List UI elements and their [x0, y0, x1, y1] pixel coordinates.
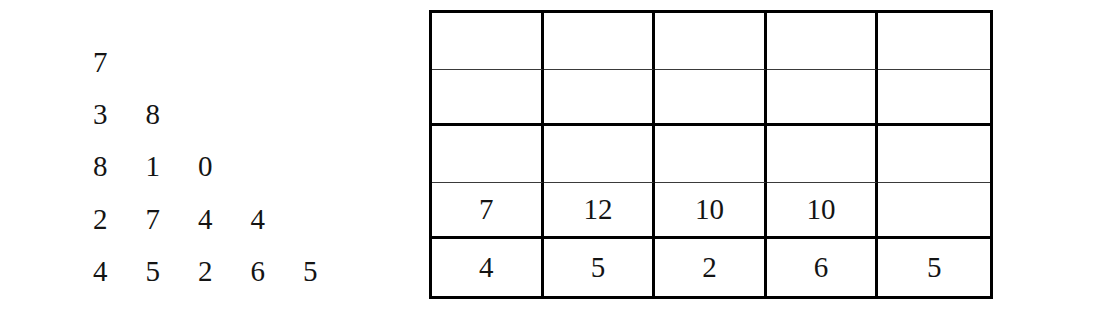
triangle-cell-r2c1: 3	[74, 88, 127, 140]
triangle-cell-r3c1: 8	[74, 141, 127, 193]
grid-cell-r2c1[interactable]	[432, 70, 544, 127]
grid-cell-r2c3[interactable]	[655, 70, 767, 127]
triangle-cell-r4c3: 4	[179, 193, 232, 245]
grid-cell-r1c5[interactable]	[878, 13, 990, 70]
grid-cell-r4c2[interactable]: 12	[544, 183, 656, 240]
grid-cell-r4c5[interactable]	[878, 183, 990, 240]
triangle-cell-r3c2: 1	[127, 141, 180, 193]
answer-grid: 7 12 10 10 4 5 2 6 5	[429, 10, 993, 299]
grid-cell-r3c4[interactable]	[767, 126, 879, 183]
grid-cell-r5c3[interactable]: 2	[655, 239, 767, 296]
grid-cell-r5c4[interactable]: 6	[767, 239, 879, 296]
grid-cell-r2c4[interactable]	[767, 70, 879, 127]
grid-cell-r1c3[interactable]	[655, 13, 767, 70]
grid-cell-r1c1[interactable]	[432, 13, 544, 70]
grid-cell-r3c5[interactable]	[878, 126, 990, 183]
triangle-cell-r3c3: 0	[179, 141, 232, 193]
triangle-cell-r5c3: 2	[179, 245, 232, 297]
triangle-cell-r1c1: 7	[74, 36, 127, 88]
grid-cell-r1c2[interactable]	[544, 13, 656, 70]
worksheet: 7 3 8 8 1 0 2 7 4 4 4 5 2 6 5 7 12	[0, 0, 1096, 315]
grid-cell-r4c1[interactable]: 7	[432, 183, 544, 240]
grid-cell-r4c4[interactable]: 10	[767, 183, 879, 240]
grid-cell-r5c2[interactable]: 5	[544, 239, 656, 296]
grid-cell-r5c5[interactable]: 5	[878, 239, 990, 296]
triangle-cell-r5c1: 4	[74, 245, 127, 297]
grid-cell-r5c1[interactable]: 4	[432, 239, 544, 296]
grid-cell-r3c1[interactable]	[432, 126, 544, 183]
triangle-cell-r4c2: 7	[127, 193, 180, 245]
triangle-cell-r5c4: 6	[232, 245, 285, 297]
grid-cell-r3c2[interactable]	[544, 126, 656, 183]
grid-cell-r2c2[interactable]	[544, 70, 656, 127]
triangle-cell-r5c2: 5	[127, 245, 180, 297]
clue-triangle: 7 3 8 8 1 0 2 7 4 4 4 5 2 6 5	[74, 36, 337, 297]
triangle-cell-r5c5: 5	[284, 245, 337, 297]
grid-cell-r3c3[interactable]	[655, 126, 767, 183]
triangle-cell-r4c4: 4	[232, 193, 285, 245]
grid-cell-r2c5[interactable]	[878, 70, 990, 127]
grid-cell-r4c3[interactable]: 10	[655, 183, 767, 240]
triangle-cell-r4c1: 2	[74, 193, 127, 245]
triangle-cell-r2c2: 8	[127, 88, 180, 140]
grid-cell-r1c4[interactable]	[767, 13, 879, 70]
